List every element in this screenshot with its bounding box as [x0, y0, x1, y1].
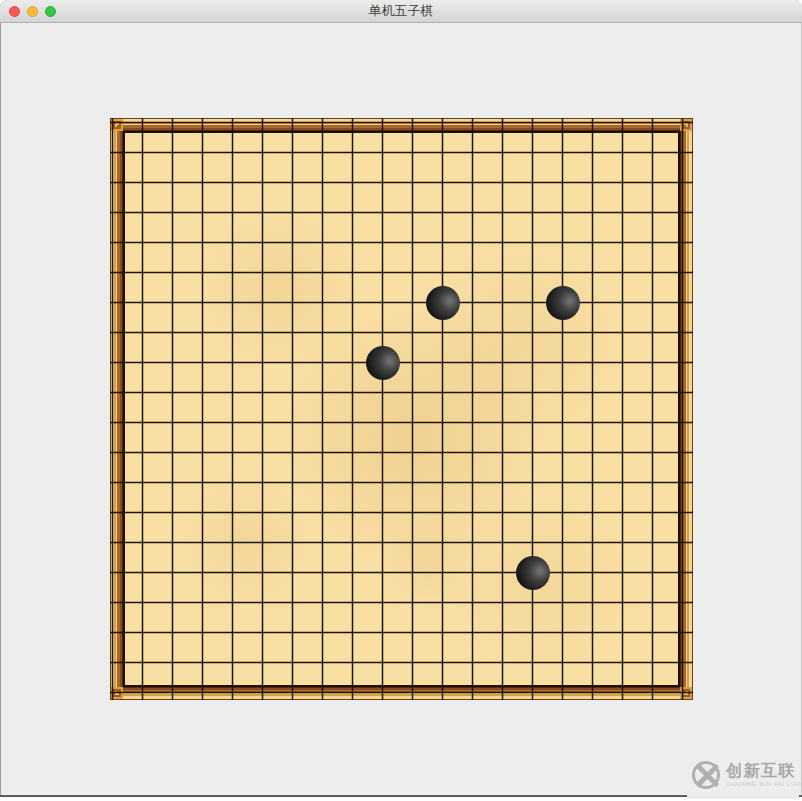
watermark-text: 创新互联	[726, 763, 802, 779]
window-title: 单机五子棋	[0, 0, 802, 22]
app-window: 单机五子棋	[0, 0, 802, 795]
black-stone	[516, 556, 550, 590]
black-stone	[366, 346, 400, 380]
black-stone	[546, 286, 580, 320]
gomoku-board[interactable]	[110, 118, 693, 700]
window-bottom-edge	[0, 795, 802, 797]
watermark: 创新互联 CHUANG XIN HU LIAN	[687, 751, 799, 799]
watermark-logo-icon	[692, 761, 720, 789]
title-bar[interactable]: 单机五子棋	[0, 0, 802, 23]
board-grid	[110, 118, 693, 700]
watermark-subtext: CHUANG XIN HU LIAN	[726, 781, 802, 787]
black-stone	[426, 286, 460, 320]
